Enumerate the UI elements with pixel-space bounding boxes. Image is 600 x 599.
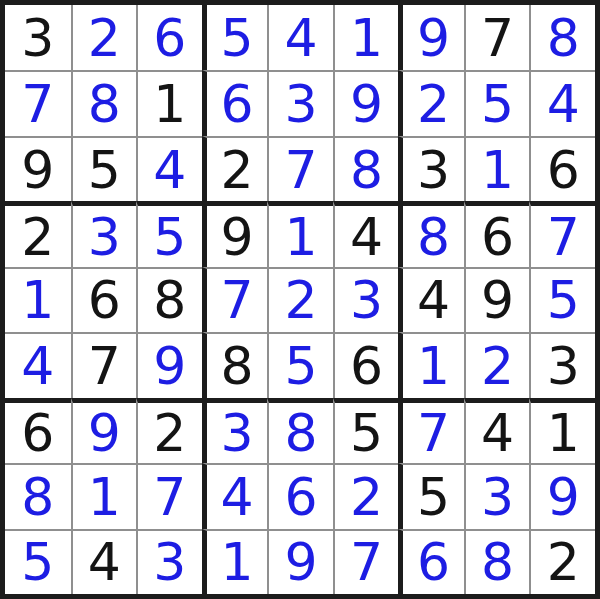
cell-r3c8[interactable]: 1 — [464, 136, 530, 201]
cell-r3c3[interactable]: 4 — [136, 136, 202, 201]
cell-r7c6[interactable]: 5 — [333, 398, 399, 463]
cell-r5c1[interactable]: 1 — [5, 267, 71, 332]
cell-r2c1[interactable]: 7 — [5, 70, 71, 135]
cell-r9c3[interactable]: 3 — [136, 529, 202, 594]
cell-r3c2[interactable]: 5 — [71, 136, 137, 201]
cell-r9c2[interactable]: 4 — [71, 529, 137, 594]
cell-r3c5[interactable]: 7 — [267, 136, 333, 201]
cell-r6c7[interactable]: 1 — [398, 332, 464, 397]
cell-r8c2[interactable]: 1 — [71, 463, 137, 528]
cell-r1c4[interactable]: 5 — [202, 5, 268, 70]
cell-r4c9[interactable]: 7 — [529, 201, 595, 266]
cell-r9c7[interactable]: 6 — [398, 529, 464, 594]
cell-r7c2[interactable]: 9 — [71, 398, 137, 463]
cell-r6c1[interactable]: 4 — [5, 332, 71, 397]
cell-r5c9[interactable]: 5 — [529, 267, 595, 332]
cell-r8c7[interactable]: 5 — [398, 463, 464, 528]
cell-r9c8[interactable]: 8 — [464, 529, 530, 594]
cell-r8c9[interactable]: 9 — [529, 463, 595, 528]
cell-r3c4[interactable]: 2 — [202, 136, 268, 201]
cell-r5c2[interactable]: 6 — [71, 267, 137, 332]
cell-r9c6[interactable]: 7 — [333, 529, 399, 594]
cell-r2c5[interactable]: 3 — [267, 70, 333, 135]
cell-r7c5[interactable]: 8 — [267, 398, 333, 463]
cell-r6c3[interactable]: 9 — [136, 332, 202, 397]
sudoku-board: 3265419787816392549542783162359148671687… — [0, 0, 600, 599]
cell-r7c3[interactable]: 2 — [136, 398, 202, 463]
cell-r8c6[interactable]: 2 — [333, 463, 399, 528]
cell-r6c6[interactable]: 6 — [333, 332, 399, 397]
cell-r2c4[interactable]: 6 — [202, 70, 268, 135]
cell-r1c8[interactable]: 7 — [464, 5, 530, 70]
cell-r3c9[interactable]: 6 — [529, 136, 595, 201]
cell-r6c8[interactable]: 2 — [464, 332, 530, 397]
cell-r5c3[interactable]: 8 — [136, 267, 202, 332]
cell-r8c3[interactable]: 7 — [136, 463, 202, 528]
cell-r6c5[interactable]: 5 — [267, 332, 333, 397]
cell-r4c4[interactable]: 9 — [202, 201, 268, 266]
cell-r2c2[interactable]: 8 — [71, 70, 137, 135]
cell-r7c7[interactable]: 7 — [398, 398, 464, 463]
cell-r5c5[interactable]: 2 — [267, 267, 333, 332]
cell-r7c8[interactable]: 4 — [464, 398, 530, 463]
cell-r4c7[interactable]: 8 — [398, 201, 464, 266]
cell-r2c7[interactable]: 2 — [398, 70, 464, 135]
cell-r3c7[interactable]: 3 — [398, 136, 464, 201]
cell-r5c4[interactable]: 7 — [202, 267, 268, 332]
cell-r1c2[interactable]: 2 — [71, 5, 137, 70]
cell-r9c5[interactable]: 9 — [267, 529, 333, 594]
cell-r1c5[interactable]: 4 — [267, 5, 333, 70]
cell-r8c8[interactable]: 3 — [464, 463, 530, 528]
cell-r7c1[interactable]: 6 — [5, 398, 71, 463]
cell-r3c6[interactable]: 8 — [333, 136, 399, 201]
cell-r6c2[interactable]: 7 — [71, 332, 137, 397]
cell-r8c5[interactable]: 6 — [267, 463, 333, 528]
cell-r2c8[interactable]: 5 — [464, 70, 530, 135]
cell-r9c4[interactable]: 1 — [202, 529, 268, 594]
cell-r7c4[interactable]: 3 — [202, 398, 268, 463]
cell-r4c2[interactable]: 3 — [71, 201, 137, 266]
cell-r5c8[interactable]: 9 — [464, 267, 530, 332]
cell-r4c8[interactable]: 6 — [464, 201, 530, 266]
cell-r4c3[interactable]: 5 — [136, 201, 202, 266]
cell-r4c5[interactable]: 1 — [267, 201, 333, 266]
cell-r6c9[interactable]: 3 — [529, 332, 595, 397]
cell-r2c9[interactable]: 4 — [529, 70, 595, 135]
cell-r4c1[interactable]: 2 — [5, 201, 71, 266]
cell-r8c1[interactable]: 8 — [5, 463, 71, 528]
cell-r5c6[interactable]: 3 — [333, 267, 399, 332]
cell-r1c1[interactable]: 3 — [5, 5, 71, 70]
cell-r6c4[interactable]: 8 — [202, 332, 268, 397]
cell-r8c4[interactable]: 4 — [202, 463, 268, 528]
cell-r2c3[interactable]: 1 — [136, 70, 202, 135]
cell-r3c1[interactable]: 9 — [5, 136, 71, 201]
cell-r7c9[interactable]: 1 — [529, 398, 595, 463]
cell-r4c6[interactable]: 4 — [333, 201, 399, 266]
cell-r2c6[interactable]: 9 — [333, 70, 399, 135]
cell-r1c9[interactable]: 8 — [529, 5, 595, 70]
cell-r1c3[interactable]: 6 — [136, 5, 202, 70]
cell-r1c7[interactable]: 9 — [398, 5, 464, 70]
cell-r5c7[interactable]: 4 — [398, 267, 464, 332]
cell-r9c1[interactable]: 5 — [5, 529, 71, 594]
cell-r1c6[interactable]: 1 — [333, 5, 399, 70]
cell-r9c9[interactable]: 2 — [529, 529, 595, 594]
